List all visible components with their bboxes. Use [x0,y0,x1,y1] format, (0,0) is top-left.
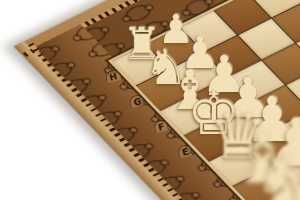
file-label-e-text: E [181,147,189,158]
file-label-f-text: F [157,122,165,133]
scene: H G F E ♟♟♟♟♟♟♟♟♟♟♜♞♝♛♚♝♞♜ [0,0,300,200]
piece-white-rook-a1[interactable]: ♜ [273,163,300,200]
